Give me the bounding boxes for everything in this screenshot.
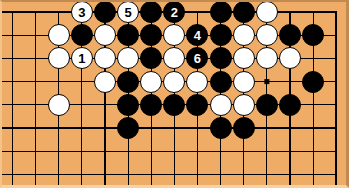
board-intersection[interactable] (117, 163, 140, 186)
board-intersection[interactable] (140, 140, 163, 163)
board-intersection[interactable] (325, 47, 348, 70)
board-intersection[interactable] (209, 47, 232, 70)
board-intersection[interactable] (140, 24, 163, 47)
board-intersection[interactable] (140, 116, 163, 139)
black-stone (140, 47, 162, 69)
board-intersection[interactable] (117, 47, 140, 70)
board-intersection[interactable] (302, 116, 325, 139)
board-intersection[interactable] (302, 93, 325, 116)
white-stone-move-3: 3 (71, 1, 93, 23)
board-intersection[interactable] (24, 116, 47, 139)
black-stone (71, 24, 93, 46)
board-intersection[interactable] (24, 0, 47, 23)
white-stone (163, 47, 185, 69)
board-intersection[interactable] (302, 47, 325, 70)
board-intersection[interactable] (93, 24, 116, 47)
board-intersection[interactable] (278, 24, 301, 47)
board-intersection[interactable] (209, 140, 232, 163)
board-intersection[interactable] (70, 116, 93, 139)
black-stone (117, 24, 139, 46)
board-intersection[interactable] (1, 70, 24, 93)
board-intersection[interactable] (255, 93, 278, 116)
board-intersection[interactable] (255, 47, 278, 70)
board-intersection[interactable] (232, 24, 255, 47)
black-stone (186, 94, 208, 116)
board-intersection[interactable] (278, 70, 301, 93)
black-stone (117, 71, 139, 93)
board-intersection[interactable] (278, 140, 301, 163)
board-intersection[interactable] (278, 0, 301, 23)
board-intersection[interactable] (186, 93, 209, 116)
board-intersection[interactable] (186, 116, 209, 139)
white-stone (94, 24, 116, 46)
white-stone (210, 94, 232, 116)
board-intersection[interactable] (325, 0, 348, 23)
board-intersection[interactable] (278, 116, 301, 139)
white-stone (233, 47, 255, 69)
board-intersection[interactable] (1, 140, 24, 163)
board-intersection[interactable] (278, 163, 301, 186)
black-stone (210, 1, 232, 23)
board-intersection[interactable] (255, 24, 278, 47)
board-intersection[interactable] (140, 70, 163, 93)
board-intersection[interactable] (117, 116, 140, 139)
board-intersection[interactable] (24, 140, 47, 163)
board-intersection[interactable] (24, 24, 47, 47)
board-intersection[interactable] (302, 70, 325, 93)
board-intersection[interactable] (24, 70, 47, 93)
board-intersection[interactable] (24, 163, 47, 186)
black-stone (210, 47, 232, 69)
board-intersection[interactable] (278, 93, 301, 116)
black-stone (302, 71, 324, 93)
board-intersection[interactable] (302, 163, 325, 186)
board-intersection[interactable] (93, 0, 116, 23)
board-intersection[interactable] (302, 140, 325, 163)
board-intersection[interactable] (163, 163, 186, 186)
board-intersection[interactable]: 1 (70, 47, 93, 70)
board-intersection[interactable] (93, 140, 116, 163)
board-intersection[interactable] (47, 70, 70, 93)
board-intersection[interactable]: 6 (186, 47, 209, 70)
board-intersection[interactable] (47, 24, 70, 47)
board-intersection[interactable] (163, 47, 186, 70)
board-intersection[interactable] (1, 24, 24, 47)
white-stone (48, 47, 70, 69)
board-intersection[interactable]: 5 (117, 0, 140, 23)
board-intersection[interactable] (47, 93, 70, 116)
board-intersection[interactable] (186, 140, 209, 163)
black-stone (233, 117, 255, 139)
white-stone (256, 1, 278, 23)
board-intersection[interactable] (47, 47, 70, 70)
board-intersection[interactable] (93, 116, 116, 139)
board-intersection[interactable] (186, 163, 209, 186)
white-stone (233, 24, 255, 46)
black-stone-move-4: 4 (186, 24, 208, 46)
board-intersection[interactable] (117, 140, 140, 163)
board-intersection[interactable] (325, 116, 348, 139)
board-intersection[interactable] (232, 93, 255, 116)
board-intersection[interactable] (325, 70, 348, 93)
board-intersection[interactable] (140, 0, 163, 23)
board-intersection[interactable] (140, 93, 163, 116)
board-intersection[interactable] (255, 0, 278, 23)
white-stone (163, 24, 185, 46)
board-intersection[interactable] (255, 163, 278, 186)
board-intersection[interactable] (255, 140, 278, 163)
black-stone (140, 24, 162, 46)
board-intersection[interactable] (70, 24, 93, 47)
board-intersection[interactable] (302, 24, 325, 47)
white-stone (94, 47, 116, 69)
board-intersection[interactable] (117, 93, 140, 116)
black-stone (163, 94, 185, 116)
board-intersection[interactable] (117, 24, 140, 47)
board-intersection[interactable]: 3 (70, 0, 93, 23)
go-board: 352416 (0, 0, 349, 188)
board-intersection[interactable] (163, 70, 186, 93)
black-stone (117, 117, 139, 139)
board-intersection[interactable] (163, 116, 186, 139)
board-intersection[interactable] (47, 116, 70, 139)
board-intersection[interactable] (93, 47, 116, 70)
board-intersection[interactable] (255, 70, 278, 93)
black-stone-move-2: 2 (163, 1, 185, 23)
white-stone (256, 47, 278, 69)
board-intersection[interactable]: 4 (186, 24, 209, 47)
board-intersection[interactable] (1, 116, 24, 139)
board-intersection[interactable] (232, 140, 255, 163)
board-intersection[interactable] (1, 163, 24, 186)
black-stone (140, 1, 162, 23)
board-intersection[interactable] (1, 47, 24, 70)
board-intersection[interactable] (232, 70, 255, 93)
board-intersection[interactable] (278, 47, 301, 70)
board-intersection[interactable] (140, 163, 163, 186)
board-intersection[interactable] (186, 70, 209, 93)
board-intersection[interactable] (232, 116, 255, 139)
board-intersection[interactable] (209, 93, 232, 116)
black-stone (94, 1, 116, 23)
white-stone (48, 24, 70, 46)
white-stone (48, 94, 70, 116)
board-intersection[interactable] (47, 140, 70, 163)
white-stone (279, 47, 301, 69)
white-stone-move-1: 1 (71, 47, 93, 69)
board-intersection[interactable] (117, 70, 140, 93)
board-intersection[interactable] (163, 93, 186, 116)
black-stone-move-6: 6 (186, 47, 208, 69)
board-intersection[interactable] (232, 0, 255, 23)
board-intersection[interactable] (70, 140, 93, 163)
black-stone (279, 94, 301, 116)
board-intersection[interactable] (163, 140, 186, 163)
board-intersection[interactable] (209, 116, 232, 139)
board-intersection[interactable] (232, 163, 255, 186)
board-intersection[interactable] (209, 0, 232, 23)
board-intersection[interactable] (24, 47, 47, 70)
board-intersection[interactable] (93, 70, 116, 93)
board-intersection[interactable] (209, 163, 232, 186)
board-intersection[interactable] (70, 93, 93, 116)
board-intersection[interactable] (209, 70, 232, 93)
board-intersection[interactable] (325, 163, 348, 186)
black-stone (279, 24, 301, 46)
black-stone (302, 24, 324, 46)
board-intersection[interactable] (325, 93, 348, 116)
board-intersection[interactable] (325, 24, 348, 47)
board-intersection[interactable] (1, 93, 24, 116)
board-intersection[interactable] (140, 47, 163, 70)
board-intersection[interactable] (302, 0, 325, 23)
white-stone (186, 71, 208, 93)
black-stone (233, 1, 255, 23)
board-intersection[interactable] (232, 47, 255, 70)
board-intersection[interactable] (47, 163, 70, 186)
black-stone (117, 94, 139, 116)
board-intersection[interactable] (70, 163, 93, 186)
board-intersection[interactable] (255, 116, 278, 139)
black-stone (210, 117, 232, 139)
board-intersection[interactable] (24, 93, 47, 116)
stones-grid: 352416 (1, 0, 348, 186)
white-stone (233, 94, 255, 116)
white-stone (94, 71, 116, 93)
white-stone (117, 47, 139, 69)
board-intersection[interactable] (93, 163, 116, 186)
board-intersection[interactable] (70, 70, 93, 93)
board-intersection[interactable]: 2 (163, 0, 186, 23)
board-intersection[interactable] (209, 24, 232, 47)
board-intersection[interactable] (325, 140, 348, 163)
black-stone (210, 24, 232, 46)
white-stone (256, 24, 278, 46)
white-stone (140, 71, 162, 93)
board-intersection[interactable] (186, 0, 209, 23)
board-intersection[interactable] (93, 93, 116, 116)
black-stone (210, 71, 232, 93)
white-stone (233, 71, 255, 93)
board-intersection[interactable] (1, 0, 24, 23)
white-stone (163, 71, 185, 93)
black-stone (140, 94, 162, 116)
white-stone-move-5: 5 (117, 1, 139, 23)
board-intersection[interactable] (163, 24, 186, 47)
black-stone (256, 94, 278, 116)
board-intersection[interactable] (47, 0, 70, 23)
